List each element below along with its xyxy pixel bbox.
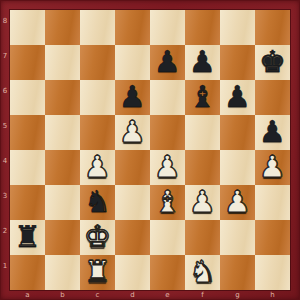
square-a2[interactable]: ♜ xyxy=(10,220,45,255)
black-pawn[interactable]: ♟ xyxy=(154,44,181,79)
square-g2[interactable] xyxy=(220,220,255,255)
square-f4[interactable] xyxy=(185,150,220,185)
white-knight[interactable]: ♞ xyxy=(189,254,216,289)
rank-label-3: 3 xyxy=(0,185,10,220)
square-c6[interactable] xyxy=(80,80,115,115)
square-h2[interactable] xyxy=(255,220,290,255)
square-a7[interactable] xyxy=(10,45,45,80)
square-g4[interactable] xyxy=(220,150,255,185)
square-a5[interactable] xyxy=(10,115,45,150)
rank-coordinates: 8 7 6 5 4 3 2 1 xyxy=(0,10,10,290)
square-f3[interactable]: ♟ xyxy=(185,185,220,220)
white-pawn[interactable]: ♟ xyxy=(119,114,146,149)
rank-label-8: 8 xyxy=(0,10,10,45)
square-g1[interactable] xyxy=(220,255,255,290)
square-b6[interactable] xyxy=(45,80,80,115)
square-f8[interactable] xyxy=(185,10,220,45)
square-e5[interactable] xyxy=(150,115,185,150)
square-h3[interactable] xyxy=(255,185,290,220)
square-d3[interactable] xyxy=(115,185,150,220)
square-g8[interactable] xyxy=(220,10,255,45)
square-f2[interactable] xyxy=(185,220,220,255)
square-a6[interactable] xyxy=(10,80,45,115)
square-c4[interactable]: ♟ xyxy=(80,150,115,185)
square-h4[interactable]: ♟ xyxy=(255,150,290,185)
square-c2[interactable]: ♚ xyxy=(80,220,115,255)
square-b8[interactable] xyxy=(45,10,80,45)
square-e1[interactable] xyxy=(150,255,185,290)
white-pawn[interactable]: ♟ xyxy=(224,184,251,219)
square-c7[interactable] xyxy=(80,45,115,80)
square-d6[interactable]: ♟ xyxy=(115,80,150,115)
square-c3[interactable]: ♞ xyxy=(80,185,115,220)
square-d4[interactable] xyxy=(115,150,150,185)
square-e2[interactable] xyxy=(150,220,185,255)
square-h5[interactable]: ♟ xyxy=(255,115,290,150)
square-c8[interactable] xyxy=(80,10,115,45)
file-label-a: a xyxy=(10,290,45,300)
square-e8[interactable] xyxy=(150,10,185,45)
square-a4[interactable] xyxy=(10,150,45,185)
file-label-f: f xyxy=(185,290,220,300)
square-f7[interactable]: ♟ xyxy=(185,45,220,80)
file-label-h: h xyxy=(255,290,290,300)
square-g3[interactable]: ♟ xyxy=(220,185,255,220)
white-king[interactable]: ♚ xyxy=(84,219,111,254)
file-label-g: g xyxy=(220,290,255,300)
square-h1[interactable] xyxy=(255,255,290,290)
board-frame: 8 7 6 5 4 3 2 1 a b c d e f g h ♟♟♚♟♝♟♟♟… xyxy=(0,0,300,300)
square-e4[interactable]: ♟ xyxy=(150,150,185,185)
black-king[interactable]: ♚ xyxy=(259,44,286,79)
square-g6[interactable]: ♟ xyxy=(220,80,255,115)
square-e3[interactable]: ♝ xyxy=(150,185,185,220)
square-b7[interactable] xyxy=(45,45,80,80)
rank-label-6: 6 xyxy=(0,80,10,115)
white-pawn[interactable]: ♟ xyxy=(154,149,181,184)
square-a3[interactable] xyxy=(10,185,45,220)
square-c5[interactable] xyxy=(80,115,115,150)
file-coordinates: a b c d e f g h xyxy=(10,290,290,300)
black-rook[interactable]: ♜ xyxy=(14,219,41,254)
rank-label-1: 1 xyxy=(0,255,10,290)
square-b2[interactable] xyxy=(45,220,80,255)
square-c1[interactable]: ♜ xyxy=(80,255,115,290)
square-d7[interactable] xyxy=(115,45,150,80)
square-e6[interactable] xyxy=(150,80,185,115)
file-label-d: d xyxy=(115,290,150,300)
square-f5[interactable] xyxy=(185,115,220,150)
white-rook[interactable]: ♜ xyxy=(84,254,111,289)
square-h7[interactable]: ♚ xyxy=(255,45,290,80)
black-pawn[interactable]: ♟ xyxy=(224,79,251,114)
file-label-e: e xyxy=(150,290,185,300)
square-g7[interactable] xyxy=(220,45,255,80)
black-knight[interactable]: ♞ xyxy=(84,184,111,219)
square-b3[interactable] xyxy=(45,185,80,220)
rank-label-7: 7 xyxy=(0,45,10,80)
square-b5[interactable] xyxy=(45,115,80,150)
file-label-c: c xyxy=(80,290,115,300)
square-h8[interactable] xyxy=(255,10,290,45)
rank-label-2: 2 xyxy=(0,220,10,255)
square-d1[interactable] xyxy=(115,255,150,290)
white-pawn[interactable]: ♟ xyxy=(259,149,286,184)
square-d8[interactable] xyxy=(115,10,150,45)
black-bishop[interactable]: ♝ xyxy=(189,79,216,114)
square-b1[interactable] xyxy=(45,255,80,290)
black-pawn[interactable]: ♟ xyxy=(119,79,146,114)
square-a8[interactable] xyxy=(10,10,45,45)
rank-label-4: 4 xyxy=(0,150,10,185)
square-e7[interactable]: ♟ xyxy=(150,45,185,80)
black-pawn[interactable]: ♟ xyxy=(259,114,286,149)
file-label-b: b xyxy=(45,290,80,300)
black-pawn[interactable]: ♟ xyxy=(189,44,216,79)
square-a1[interactable] xyxy=(10,255,45,290)
square-f1[interactable]: ♞ xyxy=(185,255,220,290)
square-b4[interactable] xyxy=(45,150,80,185)
white-pawn[interactable]: ♟ xyxy=(84,149,111,184)
square-d5[interactable]: ♟ xyxy=(115,115,150,150)
square-h6[interactable] xyxy=(255,80,290,115)
rank-label-5: 5 xyxy=(0,115,10,150)
white-pawn[interactable]: ♟ xyxy=(189,184,216,219)
square-d2[interactable] xyxy=(115,220,150,255)
square-g5[interactable] xyxy=(220,115,255,150)
chess-board: ♟♟♚♟♝♟♟♟♟♟♟♞♝♟♟♜♚♜♞ xyxy=(10,10,290,290)
square-f6[interactable]: ♝ xyxy=(185,80,220,115)
white-bishop[interactable]: ♝ xyxy=(154,184,181,219)
